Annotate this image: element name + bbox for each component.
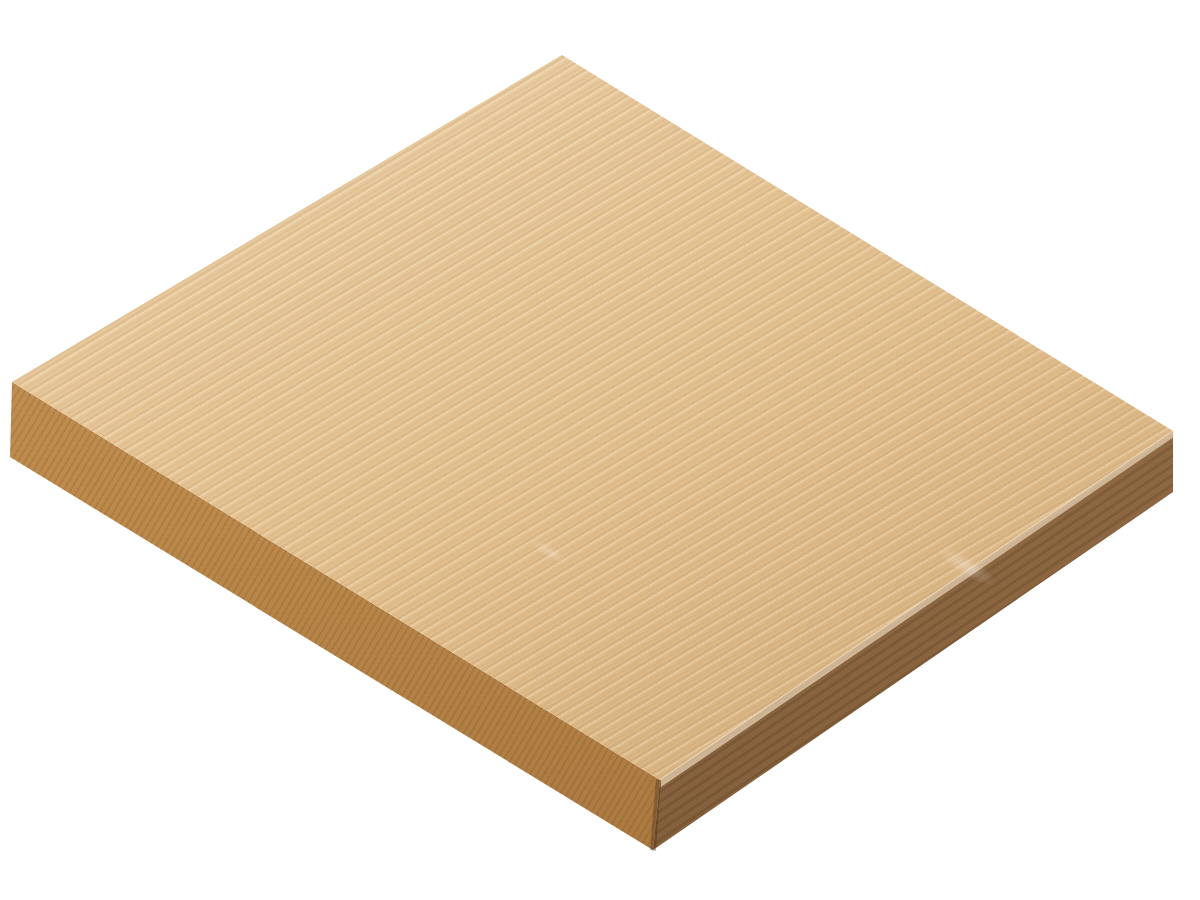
peg-solitaire-photo: [0, 0, 1200, 900]
wood-scuff: [1070, 314, 1146, 371]
